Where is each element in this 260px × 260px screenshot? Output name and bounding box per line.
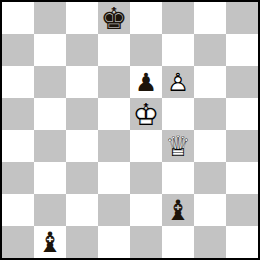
square-e2[interactable]: [130, 194, 162, 226]
square-d4[interactable]: [98, 130, 130, 162]
king-glyph: ♔: [130, 98, 162, 130]
square-d1[interactable]: [98, 226, 130, 258]
square-a8[interactable]: [2, 2, 34, 34]
square-c6[interactable]: [66, 66, 98, 98]
square-h8[interactable]: [226, 2, 258, 34]
square-c3[interactable]: [66, 162, 98, 194]
square-g5[interactable]: [194, 98, 226, 130]
square-b2[interactable]: [34, 194, 66, 226]
square-f4[interactable]: ♛♕: [162, 130, 194, 162]
square-a5[interactable]: [2, 98, 34, 130]
white-king-piece[interactable]: ♚♔: [130, 98, 162, 130]
square-b5[interactable]: [34, 98, 66, 130]
square-a6[interactable]: [2, 66, 34, 98]
square-b3[interactable]: [34, 162, 66, 194]
square-g7[interactable]: [194, 34, 226, 66]
king-glyph: ♚: [98, 2, 130, 34]
pawn-glyph: ♟: [130, 66, 162, 98]
square-b4[interactable]: [34, 130, 66, 162]
square-a1[interactable]: [2, 226, 34, 258]
square-f5[interactable]: [162, 98, 194, 130]
square-f6[interactable]: ♟♙: [162, 66, 194, 98]
square-g8[interactable]: [194, 2, 226, 34]
chess-board: ♚♟♟♙♚♔♛♕♝♝: [0, 0, 260, 260]
square-d7[interactable]: [98, 34, 130, 66]
white-queen-piece[interactable]: ♛♕: [162, 130, 194, 162]
square-g6[interactable]: [194, 66, 226, 98]
square-h5[interactable]: [226, 98, 258, 130]
white-pawn-piece[interactable]: ♟♙: [162, 66, 194, 98]
square-f7[interactable]: [162, 34, 194, 66]
square-f1[interactable]: [162, 226, 194, 258]
bishop-glyph: ♝: [34, 226, 66, 258]
square-f8[interactable]: [162, 2, 194, 34]
square-b6[interactable]: [34, 66, 66, 98]
square-b7[interactable]: [34, 34, 66, 66]
square-d8[interactable]: ♚: [98, 2, 130, 34]
square-e5[interactable]: ♚♔: [130, 98, 162, 130]
square-c8[interactable]: [66, 2, 98, 34]
square-h2[interactable]: [226, 194, 258, 226]
square-e3[interactable]: [130, 162, 162, 194]
square-a4[interactable]: [2, 130, 34, 162]
square-c4[interactable]: [66, 130, 98, 162]
square-e7[interactable]: [130, 34, 162, 66]
square-g1[interactable]: [194, 226, 226, 258]
square-h4[interactable]: [226, 130, 258, 162]
square-d6[interactable]: [98, 66, 130, 98]
square-d5[interactable]: [98, 98, 130, 130]
square-g4[interactable]: [194, 130, 226, 162]
square-h1[interactable]: [226, 226, 258, 258]
square-h3[interactable]: [226, 162, 258, 194]
bishop-glyph: ♝: [162, 194, 194, 226]
square-a2[interactable]: [2, 194, 34, 226]
black-bishop-piece[interactable]: ♝: [162, 194, 194, 226]
black-bishop-piece[interactable]: ♝: [34, 226, 66, 258]
square-d3[interactable]: [98, 162, 130, 194]
black-pawn-piece[interactable]: ♟: [130, 66, 162, 98]
diagram-container: ♚♟♟♙♚♔♛♕♝♝: [0, 0, 260, 260]
square-e1[interactable]: [130, 226, 162, 258]
square-g2[interactable]: [194, 194, 226, 226]
queen-glyph: ♕: [162, 130, 194, 162]
square-b8[interactable]: [34, 2, 66, 34]
square-f3[interactable]: [162, 162, 194, 194]
square-e4[interactable]: [130, 130, 162, 162]
square-h7[interactable]: [226, 34, 258, 66]
square-a7[interactable]: [2, 34, 34, 66]
square-c7[interactable]: [66, 34, 98, 66]
square-d2[interactable]: [98, 194, 130, 226]
square-h6[interactable]: [226, 66, 258, 98]
square-e6[interactable]: ♟: [130, 66, 162, 98]
square-a3[interactable]: [2, 162, 34, 194]
pawn-glyph: ♙: [162, 66, 194, 98]
square-b1[interactable]: ♝: [34, 226, 66, 258]
square-c5[interactable]: [66, 98, 98, 130]
square-g3[interactable]: [194, 162, 226, 194]
square-f2[interactable]: ♝: [162, 194, 194, 226]
square-c1[interactable]: [66, 226, 98, 258]
square-e8[interactable]: [130, 2, 162, 34]
black-king-piece[interactable]: ♚: [98, 2, 130, 34]
square-c2[interactable]: [66, 194, 98, 226]
